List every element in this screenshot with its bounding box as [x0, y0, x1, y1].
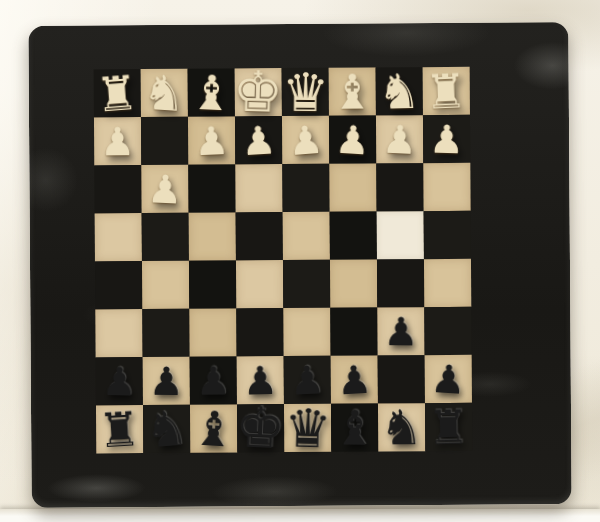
board-grid: ♜♞♝♚♛♝♞♜♟♟♟♟♟♟♟♟♟♟♟♟♟♟♟♟♜♞♝♚♛♝♞♜	[94, 67, 473, 454]
black-pawn: ♟	[430, 358, 467, 399]
square-h1: ♜	[425, 403, 472, 451]
white-bishop: ♝	[331, 67, 374, 115]
square-g3: ♟	[377, 307, 424, 355]
square-g7: ♟	[376, 115, 423, 163]
black-king: ♚	[234, 399, 287, 457]
square-f7: ♟	[329, 115, 376, 163]
black-knight: ♞	[143, 403, 190, 454]
chess-board: ♜♞♝♚♛♝♞♜♟♟♟♟♟♟♟♟♟♟♟♟♟♟♟♟♜♞♝♚♛♝♞♜	[28, 22, 571, 508]
square-a2: ♟	[96, 357, 143, 405]
white-rook: ♜	[424, 67, 468, 116]
square-g4	[377, 259, 424, 307]
square-e3	[283, 308, 330, 356]
white-pawn: ♟	[287, 119, 325, 161]
white-pawn: ♟	[381, 119, 418, 160]
square-h8: ♜	[423, 67, 470, 115]
black-knight: ♞	[380, 403, 423, 451]
square-d3	[236, 308, 283, 356]
white-king: ♚	[232, 64, 284, 121]
square-f8: ♝	[329, 67, 376, 115]
square-h6	[423, 163, 470, 211]
table-edge-strip	[0, 509, 600, 522]
square-d1: ♚	[237, 404, 284, 452]
square-b4	[142, 261, 189, 309]
black-pawn: ♟	[196, 361, 231, 400]
square-h4	[424, 259, 471, 307]
square-g6	[376, 163, 423, 211]
white-queen: ♛	[281, 65, 329, 118]
square-d4	[236, 260, 283, 308]
square-b6: ♟	[141, 165, 188, 213]
white-pawn: ♟	[334, 119, 371, 160]
square-c1: ♝	[190, 404, 237, 452]
white-knight: ♞	[141, 68, 187, 119]
white-knight: ♞	[377, 67, 421, 116]
white-pawn: ♟	[429, 119, 465, 159]
square-a5	[95, 213, 142, 261]
square-a3	[95, 309, 142, 357]
square-b8: ♞	[141, 69, 188, 117]
black-pawn: ♟	[101, 361, 137, 401]
white-pawn: ♟	[240, 120, 277, 161]
square-e6	[282, 164, 329, 212]
white-pawn: ♟	[100, 122, 135, 161]
square-d8: ♚	[235, 68, 282, 116]
square-h7: ♟	[423, 115, 470, 163]
square-e1: ♛	[284, 404, 331, 452]
square-a4	[95, 261, 142, 309]
square-b3	[142, 309, 189, 357]
photo-scene: ♜♞♝♚♛♝♞♜♟♟♟♟♟♟♟♟♟♟♟♟♟♟♟♟♜♞♝♚♛♝♞♜	[0, 0, 600, 522]
square-e8: ♛	[282, 68, 329, 116]
black-bishop: ♝	[333, 403, 377, 451]
square-a6	[94, 165, 141, 213]
square-g8: ♞	[376, 67, 423, 115]
square-h5	[424, 211, 471, 259]
square-a1: ♜	[96, 405, 143, 453]
square-c4	[189, 260, 236, 308]
square-e5	[283, 212, 330, 260]
white-pawn: ♟	[193, 120, 230, 160]
square-b1: ♞	[143, 405, 190, 453]
black-pawn: ♟	[149, 361, 184, 400]
black-rook: ♜	[427, 403, 470, 451]
white-pawn: ♟	[147, 169, 184, 210]
square-g2	[378, 355, 425, 403]
square-c2: ♟	[190, 356, 237, 404]
square-f4	[330, 259, 377, 307]
square-c3	[189, 308, 236, 356]
white-rook: ♜	[94, 68, 140, 118]
square-f2: ♟	[331, 355, 378, 403]
square-b7	[141, 117, 188, 165]
square-g1: ♞	[378, 403, 425, 451]
square-h2: ♟	[425, 355, 472, 403]
square-d6	[235, 164, 282, 212]
square-f3	[330, 307, 377, 355]
black-pawn: ♟	[383, 312, 418, 351]
black-rook: ♜	[97, 405, 142, 454]
black-pawn: ♟	[336, 359, 373, 400]
square-c5	[189, 212, 236, 260]
square-h3	[424, 307, 471, 355]
black-bishop: ♝	[191, 403, 237, 454]
square-c8: ♝	[188, 68, 235, 116]
square-a8: ♜	[94, 69, 141, 117]
square-d5	[236, 212, 283, 260]
square-a7: ♟	[94, 117, 141, 165]
square-f5	[330, 211, 377, 259]
square-f1: ♝	[331, 403, 378, 451]
square-c6	[188, 164, 235, 212]
square-c7: ♟	[188, 116, 235, 164]
black-pawn: ♟	[289, 360, 326, 400]
square-b5	[142, 213, 189, 261]
black-queen: ♛	[283, 401, 332, 455]
square-f6	[329, 163, 376, 211]
white-bishop: ♝	[189, 68, 234, 118]
square-g5	[377, 211, 424, 259]
square-b2: ♟	[143, 357, 190, 405]
square-e4	[283, 260, 330, 308]
